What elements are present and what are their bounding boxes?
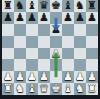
- square-e3[interactable]: [50, 59, 62, 71]
- black-pawn: ♟: [50, 24, 62, 36]
- white-pawn: ♟: [38, 71, 50, 83]
- square-f4[interactable]: [62, 48, 74, 60]
- square-a1[interactable]: ♜: [2, 83, 14, 95]
- white-knight: ♞: [74, 83, 86, 95]
- square-h2[interactable]: ♟: [86, 71, 98, 83]
- white-pawn: ♟: [62, 71, 74, 83]
- black-rook: ♜: [2, 0, 14, 12]
- white-pawn: ♟: [86, 71, 98, 83]
- square-e7[interactable]: [50, 12, 62, 24]
- square-d8[interactable]: ♛: [38, 0, 50, 12]
- square-c4[interactable]: [26, 48, 38, 60]
- square-e1[interactable]: ♚: [50, 83, 62, 95]
- square-f3[interactable]: [62, 59, 74, 71]
- white-pawn: ♟: [26, 71, 38, 83]
- square-e2[interactable]: [50, 71, 62, 83]
- square-f1[interactable]: ♝: [62, 83, 74, 95]
- white-bishop: ♝: [62, 83, 74, 95]
- square-h7[interactable]: ♟: [86, 12, 98, 24]
- square-d4[interactable]: [38, 48, 50, 60]
- black-pawn: ♟: [14, 12, 26, 24]
- square-e4[interactable]: ♟: [50, 48, 62, 60]
- white-bishop: ♝: [26, 83, 38, 95]
- square-b8[interactable]: ♞: [14, 0, 26, 12]
- square-d7[interactable]: ♟: [38, 12, 50, 24]
- square-a6[interactable]: [2, 24, 14, 36]
- white-rook: ♜: [86, 83, 98, 95]
- square-b1[interactable]: ♞: [14, 83, 26, 95]
- square-b3[interactable]: [14, 59, 26, 71]
- white-pawn: ♟: [2, 71, 14, 83]
- square-d2[interactable]: ♟: [38, 71, 50, 83]
- square-a8[interactable]: ♜: [2, 0, 14, 12]
- square-c7[interactable]: ♟: [26, 12, 38, 24]
- square-f7[interactable]: ♟: [62, 12, 74, 24]
- chess-board: ♜♞♝♛♚♝♞♜♟♟♟♟♟♟♟♟♟♟♟♟♟♟♟♟♜♞♝♛♚♝♞♜: [2, 0, 98, 95]
- black-queen: ♛: [38, 0, 50, 12]
- square-a5[interactable]: [2, 36, 14, 48]
- black-rook: ♜: [86, 0, 98, 12]
- square-f8[interactable]: ♝: [62, 0, 74, 12]
- square-d1[interactable]: ♛: [38, 83, 50, 95]
- square-e5[interactable]: [50, 36, 62, 48]
- square-c6[interactable]: [26, 24, 38, 36]
- square-g6[interactable]: [74, 24, 86, 36]
- square-e8[interactable]: ♚: [50, 0, 62, 12]
- square-f6[interactable]: [62, 24, 74, 36]
- square-b4[interactable]: [14, 48, 26, 60]
- square-a7[interactable]: ♟: [2, 12, 14, 24]
- square-g8[interactable]: ♞: [74, 0, 86, 12]
- square-b5[interactable]: [14, 36, 26, 48]
- white-pawn: ♟: [74, 71, 86, 83]
- square-g5[interactable]: [74, 36, 86, 48]
- square-b2[interactable]: ♟: [14, 71, 26, 83]
- square-c2[interactable]: ♟: [26, 71, 38, 83]
- square-g2[interactable]: ♟: [74, 71, 86, 83]
- white-rook: ♜: [2, 83, 14, 95]
- square-g3[interactable]: [74, 59, 86, 71]
- square-a4[interactable]: [2, 48, 14, 60]
- white-queen: ♛: [38, 83, 50, 95]
- square-g1[interactable]: ♞: [74, 83, 86, 95]
- square-h6[interactable]: [86, 24, 98, 36]
- black-pawn: ♟: [62, 12, 74, 24]
- square-c1[interactable]: ♝: [26, 83, 38, 95]
- square-c3[interactable]: [26, 59, 38, 71]
- square-f5[interactable]: [62, 36, 74, 48]
- square-a2[interactable]: ♟: [2, 71, 14, 83]
- square-h3[interactable]: [86, 59, 98, 71]
- square-c5[interactable]: [26, 36, 38, 48]
- square-d3[interactable]: [38, 59, 50, 71]
- square-h1[interactable]: ♜: [86, 83, 98, 95]
- black-knight: ♞: [74, 0, 86, 12]
- square-a3[interactable]: [2, 59, 14, 71]
- app-window: ♜♞♝♛♚♝♞♜♟♟♟♟♟♟♟♟♟♟♟♟♟♟♟♟♜♞♝♛♚♝♞♜: [0, 0, 100, 99]
- black-pawn: ♟: [38, 12, 50, 24]
- square-e6[interactable]: ♟: [50, 24, 62, 36]
- black-pawn: ♟: [2, 12, 14, 24]
- white-pawn: ♟: [14, 71, 26, 83]
- square-h5[interactable]: [86, 36, 98, 48]
- white-king: ♚: [50, 83, 62, 95]
- square-b6[interactable]: [14, 24, 26, 36]
- square-g4[interactable]: [74, 48, 86, 60]
- black-bishop: ♝: [62, 0, 74, 12]
- square-d6[interactable]: [38, 24, 50, 36]
- black-bishop: ♝: [26, 0, 38, 12]
- white-pawn: ♟: [50, 48, 62, 60]
- black-king: ♚: [50, 0, 62, 12]
- black-knight: ♞: [14, 0, 26, 12]
- black-pawn: ♟: [86, 12, 98, 24]
- black-pawn: ♟: [26, 12, 38, 24]
- square-f2[interactable]: ♟: [62, 71, 74, 83]
- square-g7[interactable]: ♟: [74, 12, 86, 24]
- square-h8[interactable]: ♜: [86, 0, 98, 12]
- square-h4[interactable]: [86, 48, 98, 60]
- square-b7[interactable]: ♟: [14, 12, 26, 24]
- square-d5[interactable]: [38, 36, 50, 48]
- white-knight: ♞: [14, 83, 26, 95]
- square-c8[interactable]: ♝: [26, 0, 38, 12]
- black-pawn: ♟: [74, 12, 86, 24]
